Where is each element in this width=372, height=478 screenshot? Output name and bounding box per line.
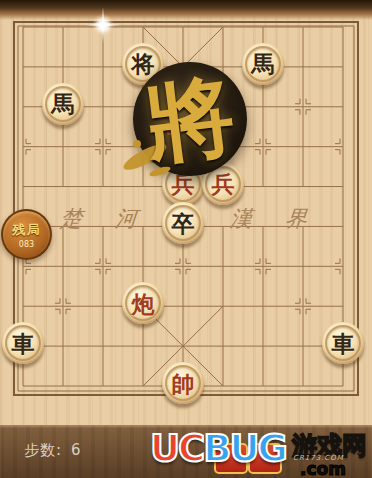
status-bar: 步数:6	[0, 425, 372, 478]
piece-red-cannon[interactable]: 炮	[122, 282, 164, 324]
badge-label: 残局	[13, 221, 41, 239]
steps-value: 6	[71, 441, 82, 459]
action-button-partial[interactable]	[214, 443, 248, 474]
piece-character: 卒	[172, 212, 195, 235]
piece-black-horse-left[interactable]: 馬	[42, 83, 84, 125]
piece-character: 炮	[132, 292, 155, 315]
river-label-right: 漢 界	[229, 204, 322, 234]
piece-character: 兵	[212, 172, 235, 195]
last-move-highlight	[92, 14, 114, 36]
board-top-frame	[0, 0, 372, 20]
piece-black-horse-right[interactable]: 馬	[242, 43, 284, 85]
river-label-left: 楚 河	[59, 204, 152, 234]
piece-red-soldier-left[interactable]: 兵	[162, 163, 204, 205]
piece-character: 車	[12, 332, 35, 355]
action-button-partial[interactable]	[248, 443, 282, 474]
piece-character: 馬	[252, 52, 275, 75]
piece-character: 帥	[172, 372, 195, 395]
piece-character: 馬	[52, 92, 75, 115]
piece-black-chariot-left[interactable]: 車	[2, 322, 44, 364]
badge-sub-label: 083	[19, 240, 34, 249]
piece-black-chariot-right[interactable]: 車	[322, 322, 364, 364]
steps-label: 步数:	[24, 441, 62, 459]
xiangqi-app: 楚 河 漢 界 車馬将馬兵兵卒炮車帥 將 残局 083 步数:6 UCBUG 游…	[0, 0, 372, 478]
piece-red-king[interactable]: 帥	[162, 362, 204, 404]
piece-character: 車	[332, 332, 355, 355]
piece-character: 兵	[172, 172, 195, 195]
puzzle-badge-button[interactable]: 残局 083	[1, 209, 52, 260]
piece-red-soldier-right[interactable]: 兵	[202, 163, 244, 205]
piece-black-general[interactable]: 将	[122, 43, 164, 85]
piece-character: 将	[132, 52, 155, 75]
steps-counter: 步数:6	[24, 441, 82, 460]
